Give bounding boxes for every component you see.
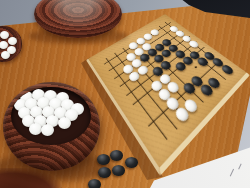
captured-black-stones bbox=[0, 0, 250, 188]
captured-black-stone bbox=[125, 157, 138, 168]
captured-black-stone bbox=[97, 154, 110, 165]
captured-black-stone bbox=[110, 150, 123, 161]
go-game-photo bbox=[0, 0, 250, 188]
captured-black-stone bbox=[88, 179, 101, 188]
captured-black-stone bbox=[98, 167, 111, 178]
captured-black-stone bbox=[112, 165, 125, 176]
